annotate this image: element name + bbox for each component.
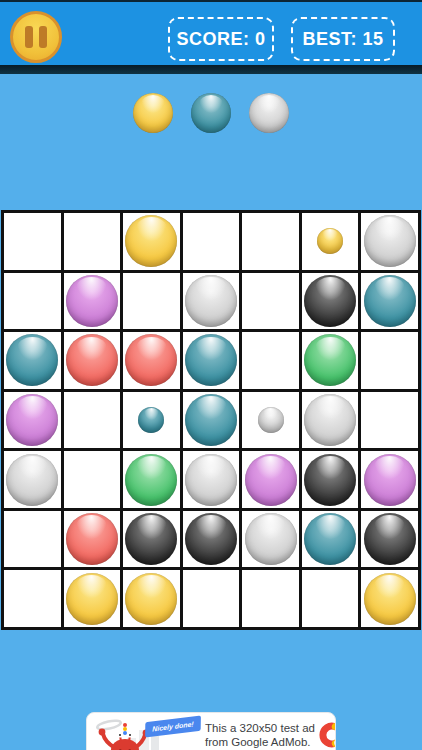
ball-black[interactable]	[364, 513, 416, 565]
ball-yellow[interactable]	[125, 215, 177, 267]
next-balls	[0, 92, 422, 134]
next-ball-yellow	[133, 93, 173, 133]
best-badge: BEST: 15	[291, 17, 395, 61]
best-label: BEST: 15	[302, 29, 383, 50]
ad-text: This a 320x50 test ad from Google AdMob.	[205, 721, 315, 749]
ball-red[interactable]	[125, 334, 177, 386]
board-cell[interactable]	[4, 570, 61, 627]
board-cell[interactable]	[361, 451, 418, 508]
board-cell[interactable]	[242, 332, 299, 389]
board-cell[interactable]	[302, 213, 359, 270]
board-cell[interactable]	[4, 451, 61, 508]
next-ball-teal	[191, 93, 231, 133]
board-cell[interactable]	[4, 213, 61, 270]
board-cell[interactable]	[361, 570, 418, 627]
ball-silver[interactable]	[245, 513, 297, 565]
ball-yellow[interactable]	[66, 573, 118, 625]
ball-black[interactable]	[125, 513, 177, 565]
ball-silver[interactable]	[185, 275, 237, 327]
ball-teal[interactable]	[364, 275, 416, 327]
ball-silver[interactable]	[364, 215, 416, 267]
ball-teal[interactable]	[185, 334, 237, 386]
board-cell[interactable]	[183, 392, 240, 449]
ball-silver[interactable]	[6, 454, 58, 506]
ball-green[interactable]	[125, 454, 177, 506]
pause-icon	[25, 26, 47, 48]
ball-red[interactable]	[66, 513, 118, 565]
board-cell[interactable]	[123, 273, 180, 330]
ball-black[interactable]	[304, 275, 356, 327]
board-cell[interactable]	[302, 570, 359, 627]
board-cell[interactable]	[361, 213, 418, 270]
board-cell[interactable]	[242, 273, 299, 330]
ball-teal-small[interactable]	[138, 407, 164, 433]
board-cell[interactable]	[361, 511, 418, 568]
ball-magenta[interactable]	[364, 454, 416, 506]
ball-black[interactable]	[185, 513, 237, 565]
board-cell[interactable]	[302, 273, 359, 330]
score-label: SCORE: 0	[176, 29, 265, 50]
board-cell[interactable]	[242, 511, 299, 568]
board-cell[interactable]	[4, 392, 61, 449]
admob-banner[interactable]: Nicely done! This a 320x50 test ad from …	[86, 712, 336, 750]
ball-yellow[interactable]	[364, 573, 416, 625]
board-cell[interactable]	[242, 213, 299, 270]
admob-logo-icon	[319, 722, 336, 748]
game-board	[1, 210, 421, 630]
ball-silver[interactable]	[304, 394, 356, 446]
ball-green[interactable]	[304, 334, 356, 386]
ad-text-line1: This a 320x50 test ad	[205, 721, 315, 735]
admob-crab-graphic: Nicely done!	[87, 712, 205, 750]
next-ball-silver	[249, 93, 289, 133]
board-cell[interactable]	[64, 570, 121, 627]
board-cell[interactable]	[64, 273, 121, 330]
board-cell[interactable]	[64, 213, 121, 270]
ball-silver[interactable]	[185, 454, 237, 506]
ball-black[interactable]	[304, 454, 356, 506]
ball-red[interactable]	[66, 334, 118, 386]
board-cell[interactable]	[123, 213, 180, 270]
board-cell[interactable]	[4, 273, 61, 330]
board-cell[interactable]	[183, 273, 240, 330]
board-cell[interactable]	[64, 332, 121, 389]
board-cell[interactable]	[183, 451, 240, 508]
ball-teal[interactable]	[6, 334, 58, 386]
board-cell[interactable]	[123, 511, 180, 568]
board-cell[interactable]	[183, 213, 240, 270]
board-cell[interactable]	[123, 451, 180, 508]
board-cell[interactable]	[183, 511, 240, 568]
board-cell[interactable]	[4, 511, 61, 568]
ball-teal[interactable]	[304, 513, 356, 565]
board-cell[interactable]	[242, 392, 299, 449]
board-cell[interactable]	[64, 451, 121, 508]
ball-silver-small[interactable]	[258, 407, 284, 433]
board-cell[interactable]	[64, 511, 121, 568]
ad-ribbon-text: Nicely done!	[152, 720, 193, 732]
board-cell[interactable]	[123, 570, 180, 627]
pause-button[interactable]	[10, 11, 62, 63]
board-cell[interactable]	[242, 570, 299, 627]
ball-magenta[interactable]	[245, 454, 297, 506]
ball-yellow-small[interactable]	[317, 228, 343, 254]
board-cell[interactable]	[64, 392, 121, 449]
board-cell[interactable]	[123, 332, 180, 389]
top-bar: SCORE: 0 BEST: 15	[0, 0, 422, 67]
board-cell[interactable]	[361, 273, 418, 330]
score-badge: SCORE: 0	[168, 17, 274, 61]
ball-teal[interactable]	[185, 394, 237, 446]
topbar-divider	[0, 65, 422, 74]
board-cell[interactable]	[302, 511, 359, 568]
ad-text-line2: from Google AdMob.	[205, 735, 315, 749]
board-cell[interactable]	[302, 332, 359, 389]
board-cell[interactable]	[123, 392, 180, 449]
board-cell[interactable]	[242, 451, 299, 508]
ball-yellow[interactable]	[125, 573, 177, 625]
ball-magenta[interactable]	[66, 275, 118, 327]
board-cell[interactable]	[361, 332, 418, 389]
board-cell[interactable]	[361, 392, 418, 449]
board-cell[interactable]	[302, 451, 359, 508]
board-cell[interactable]	[4, 332, 61, 389]
board-cell[interactable]	[183, 332, 240, 389]
board-cell[interactable]	[302, 392, 359, 449]
ball-magenta[interactable]	[6, 394, 58, 446]
board-cell[interactable]	[183, 570, 240, 627]
